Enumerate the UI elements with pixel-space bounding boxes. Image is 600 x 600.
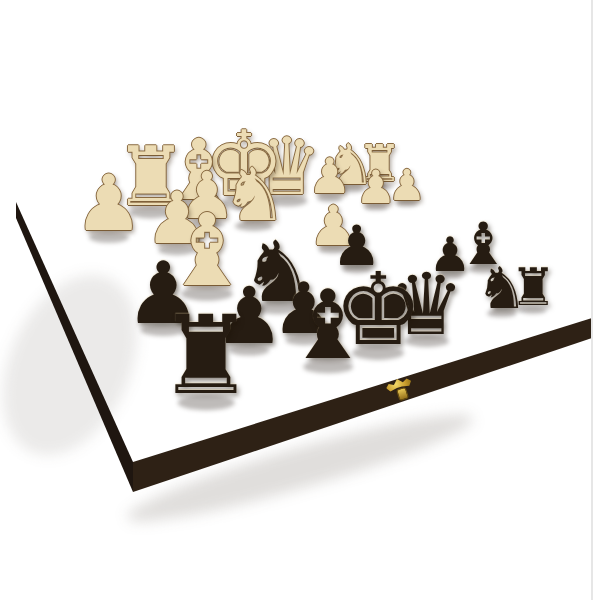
- board-side-left: [16, 202, 133, 492]
- product-photo: HH11GG22FF33EE44DD55CC66BB77AA88 ♜♞♟♛♟♚♟…: [0, 0, 600, 600]
- photo-edge-line: [591, 0, 593, 600]
- board-side-faces: [0, 0, 600, 600]
- board-side-front: [133, 318, 592, 492]
